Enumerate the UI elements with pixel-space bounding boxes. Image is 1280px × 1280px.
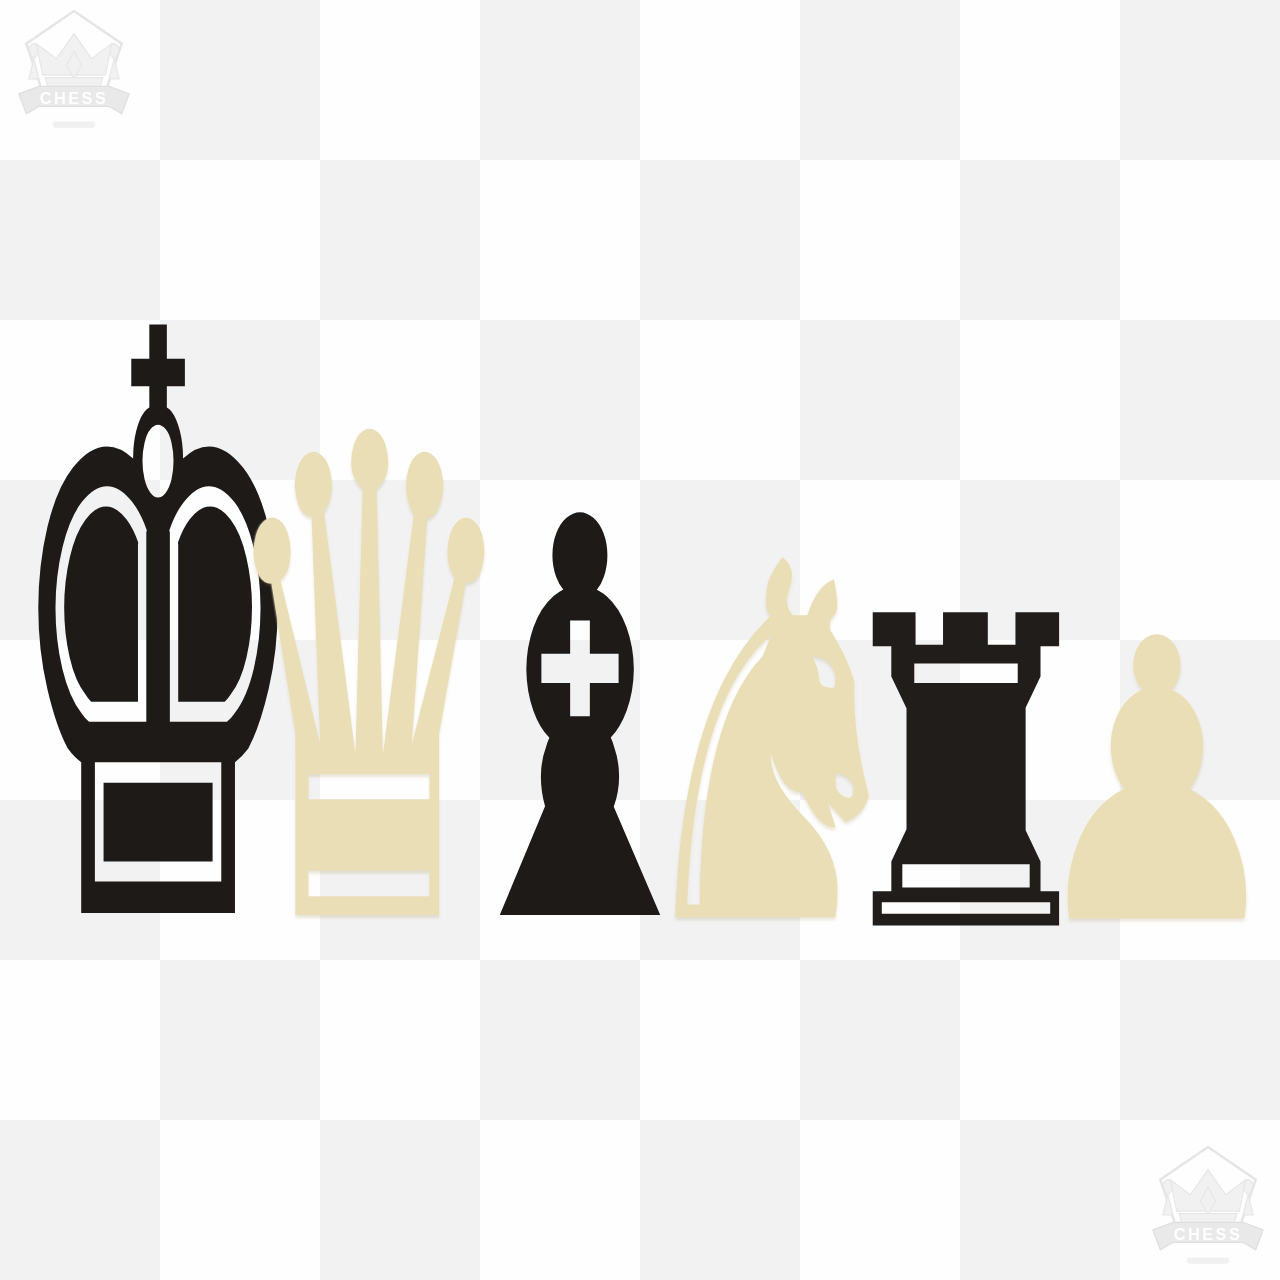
chess-pieces-product-photo: ♚♛♝♞♜♟ CHESS CHESS (0, 0, 1280, 1280)
transparency-cell (800, 0, 960, 160)
transparency-cell (1120, 480, 1280, 640)
logo-subtext-smudge (1187, 1257, 1230, 1263)
transparency-checkerboard (0, 0, 1280, 1280)
transparency-cell (160, 0, 320, 160)
chess-logo-watermark-bottom-right: CHESS (1142, 1142, 1274, 1280)
transparency-cell (480, 960, 640, 1120)
transparency-cell (160, 800, 320, 960)
transparency-cell (800, 320, 960, 480)
transparency-cell (1120, 640, 1280, 800)
transparency-cell (480, 0, 640, 160)
transparency-cell (960, 960, 1120, 1120)
transparency-cell (480, 640, 640, 800)
transparency-cell (640, 320, 800, 480)
transparency-cell (640, 0, 800, 160)
transparency-cell (480, 1120, 640, 1280)
transparency-cell (160, 480, 320, 640)
transparency-cell (800, 640, 960, 800)
transparency-cell (0, 960, 160, 1120)
transparency-cell (640, 640, 800, 800)
transparency-cell (320, 960, 480, 1120)
transparency-cell (0, 1120, 160, 1280)
transparency-cell (800, 960, 960, 1120)
transparency-cell (320, 0, 480, 160)
transparency-cell (640, 1120, 800, 1280)
transparency-cell (480, 480, 640, 640)
transparency-cell (640, 800, 800, 960)
transparency-cell (1120, 800, 1280, 960)
transparency-cell (320, 1120, 480, 1280)
logo-subtext-smudge (53, 121, 96, 127)
transparency-cell (960, 640, 1120, 800)
transparency-cell (960, 0, 1120, 160)
chess-logo-watermark-top-left: CHESS (10, 6, 138, 144)
transparency-cell (0, 640, 160, 800)
transparency-cell (960, 800, 1120, 960)
transparency-cell (160, 320, 320, 480)
chess-logo-icon: CHESS (10, 6, 138, 144)
logo-text: CHESS (1174, 1225, 1243, 1243)
transparency-cell (320, 800, 480, 960)
transparency-cell (960, 320, 1120, 480)
transparency-cell (960, 1120, 1120, 1280)
transparency-cell (1120, 320, 1280, 480)
transparency-cell (160, 160, 320, 320)
transparency-cell (640, 960, 800, 1120)
transparency-cell (1120, 0, 1280, 160)
transparency-cell (320, 640, 480, 800)
transparency-cell (640, 480, 800, 640)
transparency-cell (480, 800, 640, 960)
transparency-cell (480, 320, 640, 480)
transparency-cell (640, 160, 800, 320)
transparency-cell (0, 160, 160, 320)
transparency-cell (320, 160, 480, 320)
transparency-cell (160, 1120, 320, 1280)
transparency-cell (320, 480, 480, 640)
transparency-cell (800, 1120, 960, 1280)
logo-text: CHESS (40, 89, 109, 107)
transparency-cell (800, 800, 960, 960)
transparency-cell (1120, 960, 1280, 1120)
chess-logo-icon: CHESS (1142, 1142, 1274, 1280)
transparency-cell (480, 160, 640, 320)
transparency-cell (960, 160, 1120, 320)
transparency-cell (160, 960, 320, 1120)
transparency-cell (960, 480, 1120, 640)
transparency-cell (160, 640, 320, 800)
transparency-cell (800, 160, 960, 320)
transparency-cell (1120, 160, 1280, 320)
transparency-cell (0, 320, 160, 480)
transparency-cell (320, 320, 480, 480)
transparency-cell (800, 480, 960, 640)
transparency-cell (0, 800, 160, 960)
transparency-cell (0, 480, 160, 640)
